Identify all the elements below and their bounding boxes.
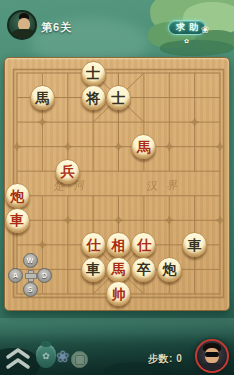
- piece-red-file0-row5[interactable]: 炮: [5, 183, 30, 208]
- piece-black-file6-row8[interactable]: 炮: [157, 257, 182, 282]
- steps-value: 0: [176, 353, 182, 364]
- step-counter: 步数: 0: [148, 352, 182, 366]
- piece-red-file3-row7[interactable]: 仕: [81, 232, 106, 257]
- sunglasses: [205, 352, 219, 357]
- piece-red-file0-row6[interactable]: 車: [5, 208, 30, 233]
- piece-black-file3-row0[interactable]: 士: [81, 61, 106, 86]
- user-avatar[interactable]: [195, 339, 229, 373]
- double-chevron-up-icon[interactable]: [5, 347, 31, 371]
- dpad-up-button[interactable]: W: [23, 253, 38, 268]
- coin-seal-icon: [71, 351, 88, 368]
- help-button[interactable]: 求助: [168, 20, 206, 35]
- piece-red-file4-row8[interactable]: 馬: [106, 257, 131, 282]
- rock-shadow: [160, 40, 234, 56]
- piece-red-file2-row4[interactable]: 兵: [55, 159, 80, 184]
- level-label: 第6关: [41, 20, 72, 35]
- dpad-center: [25, 270, 35, 280]
- dpad-down-button[interactable]: S: [23, 282, 38, 297]
- steps-label: 步数:: [148, 353, 173, 364]
- game-screen: 第6关 求助 ❀ ✿ 楚河 汉界 士馬将士馬兵炮車仕相仕車車馬卒炮帅 W A D…: [0, 0, 234, 375]
- water-highlight: [0, 318, 234, 344]
- flower-icon: ❀: [56, 347, 69, 366]
- level-avatar[interactable]: [7, 10, 37, 40]
- piece-black-file3-row8[interactable]: 車: [81, 257, 106, 282]
- dpad-right-button[interactable]: D: [37, 268, 52, 283]
- dpad-left-button[interactable]: A: [8, 268, 23, 283]
- avatar-body: [201, 363, 223, 373]
- avatar-robe: [12, 29, 36, 40]
- dpad: W A D S: [8, 253, 52, 297]
- piece-black-file3-row1[interactable]: 将: [81, 85, 106, 110]
- piece-black-file4-row1[interactable]: 士: [106, 85, 131, 110]
- piece-black-file1-row1[interactable]: 馬: [30, 85, 55, 110]
